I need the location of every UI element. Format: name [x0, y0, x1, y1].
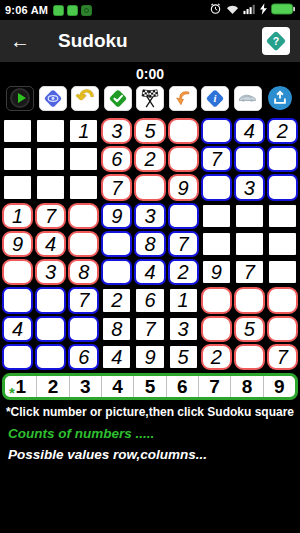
cell-r6c7[interactable]: 9	[201, 259, 232, 285]
cell-r3c2[interactable]	[35, 174, 66, 200]
number-bar: 1*23456789	[2, 373, 298, 400]
cell-r3c5[interactable]	[134, 174, 165, 200]
alarm-icon	[209, 1, 222, 19]
cell-r1c9[interactable]: 2	[267, 118, 298, 144]
finish-flags-icon[interactable]	[136, 86, 164, 111]
cell-r3c4[interactable]: 7	[101, 174, 132, 200]
cell-r9c1[interactable]	[2, 344, 33, 370]
app-bar: ← Sudoku ?	[0, 20, 300, 62]
cell-r9c2[interactable]	[35, 344, 66, 370]
cell-r7c5[interactable]: 6	[134, 287, 165, 313]
cell-r7c8[interactable]	[234, 287, 265, 313]
cell-r8c2[interactable]	[35, 316, 66, 342]
status-bar: 9:06 AM	[0, 0, 300, 20]
cell-r6c5[interactable]: 4	[134, 259, 165, 285]
app-notification-icon	[67, 5, 78, 16]
cell-r9c4[interactable]: 4	[101, 344, 132, 370]
cell-r1c1[interactable]	[2, 118, 33, 144]
svg-text:?: ?	[273, 35, 279, 47]
cell-r2c2[interactable]	[35, 146, 66, 172]
cell-r7c7[interactable]	[201, 287, 232, 313]
cell-r5c1[interactable]: 9	[2, 231, 33, 257]
game-timer: 0:00	[0, 62, 300, 82]
cell-r3c9[interactable]	[267, 174, 298, 200]
cell-r7c4[interactable]: 2	[101, 287, 132, 313]
cell-r9c9[interactable]: 7	[267, 344, 298, 370]
number-button-3[interactable]: 3	[70, 376, 102, 397]
cell-r7c2[interactable]	[35, 287, 66, 313]
cell-r5c2[interactable]: 4	[35, 231, 66, 257]
number-button-9[interactable]: 9	[264, 376, 295, 397]
signal-icon	[243, 1, 256, 19]
sudoku-board: 1354262779317939487384297726148735649527	[0, 116, 300, 372]
cell-r9c6[interactable]: 5	[168, 344, 199, 370]
cell-r7c1[interactable]	[2, 287, 33, 313]
cell-r9c5[interactable]: 9	[134, 344, 165, 370]
cell-r2c1[interactable]	[2, 146, 33, 172]
cell-r6c8[interactable]: 7	[234, 259, 265, 285]
check-diamond-icon[interactable]	[104, 86, 132, 111]
eye-diamond-icon[interactable]	[39, 86, 67, 111]
cell-r2c3[interactable]	[68, 146, 99, 172]
cell-r1c2[interactable]	[35, 118, 66, 144]
cell-r1c6[interactable]	[168, 118, 199, 144]
clock-time: 9:06 AM	[5, 4, 48, 16]
cell-r4c6[interactable]	[168, 203, 199, 229]
cell-r1c7[interactable]	[201, 118, 232, 144]
cell-r2c7[interactable]: 7	[201, 146, 232, 172]
cell-r8c6[interactable]: 3	[168, 316, 199, 342]
cell-r3c6[interactable]: 9	[168, 174, 199, 200]
cell-r7c9[interactable]	[267, 287, 298, 313]
cell-r1c5[interactable]: 5	[134, 118, 165, 144]
selected-number-marker: *	[9, 384, 15, 400]
cell-r3c8[interactable]: 3	[234, 174, 265, 200]
wifi-icon	[226, 1, 239, 19]
cell-r8c1[interactable]: 4	[2, 316, 33, 342]
cell-r2c8[interactable]	[234, 146, 265, 172]
cell-r6c2[interactable]: 3	[35, 259, 66, 285]
app-notification-icon	[81, 5, 92, 16]
cell-r3c3[interactable]	[68, 174, 99, 200]
number-button-8[interactable]: 8	[231, 376, 263, 397]
cell-r1c8[interactable]: 4	[234, 118, 265, 144]
number-button-4[interactable]: 4	[102, 376, 134, 397]
cell-r8c5[interactable]: 7	[134, 316, 165, 342]
cell-r5c6[interactable]: 7	[168, 231, 199, 257]
cell-r6c3[interactable]: 8	[68, 259, 99, 285]
cell-r4c2[interactable]: 7	[35, 203, 66, 229]
info-diamond-icon[interactable]: i	[201, 86, 229, 111]
cell-r4c8[interactable]	[234, 203, 265, 229]
cell-r7c3[interactable]: 7	[68, 287, 99, 313]
cell-r3c1[interactable]	[2, 174, 33, 200]
instruction-text: *Click number or picture,then click Sudo…	[0, 405, 300, 419]
orange-arrow-icon[interactable]	[169, 86, 197, 111]
page-title: Sudoku	[58, 30, 128, 52]
cell-r4c9[interactable]	[267, 203, 298, 229]
cell-r5c8[interactable]	[234, 231, 265, 257]
cell-r9c3[interactable]: 6	[68, 344, 99, 370]
cell-r2c6[interactable]	[168, 146, 199, 172]
possible-values-link[interactable]: Possible values row,columns...	[8, 447, 300, 462]
cell-r5c7[interactable]	[201, 231, 232, 257]
cell-r6c9[interactable]	[267, 259, 298, 285]
cell-r9c7[interactable]: 2	[201, 344, 232, 370]
number-button-5[interactable]: 5	[134, 376, 166, 397]
notification-icons	[53, 5, 92, 16]
cell-r6c6[interactable]: 2	[168, 259, 199, 285]
number-button-2[interactable]: 2	[37, 376, 69, 397]
back-button[interactable]: ←	[10, 31, 44, 51]
help-question-icon: ?	[264, 29, 288, 53]
cell-r4c1[interactable]: 1	[2, 203, 33, 229]
number-button-6[interactable]: 6	[167, 376, 199, 397]
cell-r5c4[interactable]	[101, 231, 132, 257]
number-button-7[interactable]: 7	[199, 376, 231, 397]
cell-r8c3[interactable]	[68, 316, 99, 342]
cell-r5c3[interactable]	[68, 231, 99, 257]
cell-r6c1[interactable]	[2, 259, 33, 285]
number-button-1[interactable]: 1*	[5, 376, 37, 397]
help-button[interactable]: ?	[262, 27, 290, 55]
app-notification-icon	[53, 5, 64, 16]
cell-r9c8[interactable]	[234, 344, 265, 370]
cell-r2c5[interactable]: 2	[134, 146, 165, 172]
toolbar: ↶ i	[0, 84, 300, 112]
undo-icon[interactable]: ↶	[71, 86, 99, 111]
cell-r1c4[interactable]: 3	[101, 118, 132, 144]
cell-r5c9[interactable]	[267, 231, 298, 257]
cell-r3c7[interactable]	[201, 174, 232, 200]
cell-r8c4[interactable]: 8	[101, 316, 132, 342]
counts-link[interactable]: Counts of numbers .....	[8, 426, 300, 441]
cell-r8c7[interactable]	[201, 316, 232, 342]
cell-r4c5[interactable]: 3	[134, 203, 165, 229]
cell-r8c9[interactable]	[267, 316, 298, 342]
cell-r4c3[interactable]	[68, 203, 99, 229]
svg-text:i: i	[214, 93, 217, 104]
cell-r5c5[interactable]: 8	[134, 231, 165, 257]
cell-r4c4[interactable]: 9	[101, 203, 132, 229]
cell-r4c7[interactable]	[201, 203, 232, 229]
battery-icon	[271, 1, 295, 19]
car-icon[interactable]	[234, 86, 262, 111]
cell-r2c4[interactable]: 6	[101, 146, 132, 172]
cell-r6c4[interactable]	[101, 259, 132, 285]
charging-bolt-icon	[260, 1, 267, 19]
cell-r8c8[interactable]: 5	[234, 316, 265, 342]
play-icon[interactable]	[6, 86, 34, 111]
cell-r2c9[interactable]	[267, 146, 298, 172]
cell-r7c6[interactable]: 1	[168, 287, 199, 313]
share-upload-icon[interactable]	[266, 86, 294, 111]
cell-r1c3[interactable]: 1	[68, 118, 99, 144]
